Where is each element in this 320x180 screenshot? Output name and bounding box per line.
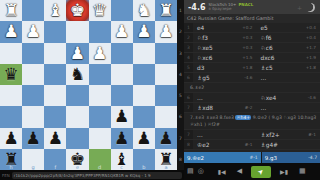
white-move-cell[interactable]: ♘xc6+1.5 [193,53,257,62]
white-rook-a1: ♜ [158,2,173,19]
plus-icon[interactable]: + [297,4,302,11]
white-move-cell[interactable]: ♔e2#-1 [193,140,257,149]
fen-bar: FEN r1b1k2r/ppp2ppp/2p5/8/4n2q/3PP3/PPP3… [0,170,184,180]
move-number: 7 [184,130,193,139]
black-move-cell[interactable]: ♗xf2+#-1 [257,130,320,139]
black-move-cell[interactable]: ♗c5+1.8 [257,63,320,72]
move-eval: +0.3 [242,35,256,40]
square-f2[interactable] [44,21,66,42]
square-e6[interactable] [66,106,88,127]
black-queen-h4: ♛ [3,66,18,83]
square-b3[interactable] [133,43,155,64]
move-row: 6♗g5-4.6… [184,73,320,83]
square-f3[interactable] [44,43,66,64]
white-move-cell[interactable]: ♗xd8#-2 [193,103,257,112]
move-san[interactable]: ♘xe5 [197,45,213,51]
white-move-cell[interactable]: ♗g5-4.6 [193,73,257,82]
square-c6[interactable]: ♟ [111,106,133,127]
move-san[interactable]: e4 [197,25,204,31]
next-move-san: 9.♔e2 [187,155,204,161]
move-san[interactable]: ♘c6 [261,45,273,51]
white-move-cell[interactable]: … [193,130,257,139]
square-b2[interactable]: ♟ [133,21,155,42]
engine-header: -4.6 Stockfish 10+PNACL в браузере + [184,0,320,14]
square-a6[interactable] [155,106,177,127]
white-move-cell[interactable]: ♘f3+0.3 [193,33,257,42]
variation-text[interactable]: 6.♗e2 [190,85,204,90]
square-b4[interactable] [133,64,155,85]
square-c2[interactable]: ♟ [111,21,133,42]
square-e2[interactable] [66,21,88,42]
black-move-cell[interactable]: … [257,103,320,112]
engine-toggle-icon[interactable] [306,3,315,12]
rank-label-7: 7 [177,128,184,149]
move-san[interactable]: ♗g4# [261,142,278,148]
square-f1[interactable]: ♝ [44,0,66,21]
next-move-san: 9.g3 [265,155,277,161]
square-g5[interactable] [22,85,44,106]
move-san[interactable]: ♗xf2+ [261,132,280,138]
black-move-cell[interactable]: … [257,73,320,82]
white-move-cell[interactable]: … [193,93,257,102]
move-row: 7…♗xf2+#-1 [184,130,320,140]
square-c4[interactable] [111,64,133,85]
engine-tech-badge: PNACL [238,2,253,7]
white-move-cell[interactable]: e4+0.2 [193,23,257,32]
move-san[interactable]: … [261,75,267,81]
move-list: 1e4+0.2e5+0.42♘f3+0.3♘f6+0.43♘xe5+0.3♘c6… [184,23,320,152]
square-a7[interactable]: ♟ [155,128,177,149]
square-c7[interactable]: ♟ [111,128,133,149]
next-move-eval: #-1 [249,155,257,160]
current-move[interactable]: ♕h4+ [235,115,251,120]
move-eval: +1.5 [242,55,256,60]
black-move-cell[interactable]: ♘c6+1.7 [257,43,320,52]
analysis-panel: -4.6 Stockfish 10+PNACL в браузере + C42… [184,0,320,180]
black-knight-e4: ♞ [70,66,85,83]
move-san[interactable]: ♘xe4 [261,95,277,101]
move-san[interactable]: ♗c5 [261,65,273,71]
move-eval: +0.4 [306,35,320,40]
rank-label-5: 5 [177,85,184,106]
move-eval: +1.8 [306,65,320,70]
fen-value[interactable]: r1b1k2r/ppp2ppp/2p5/8/4n2q/3PP3/PPP3PP/R… [12,172,182,179]
square-c5[interactable] [111,85,133,106]
opening-name: C42 Russian Game: Stafford Gambit [184,14,320,23]
move-san[interactable]: … [197,95,203,101]
square-a4[interactable] [155,64,177,85]
move-eval: +0.4 [306,25,320,30]
white-pawn-h2: ♟ [3,23,18,40]
square-f6[interactable] [44,106,66,127]
next-move-option-2[interactable]: 9.g3-4.7 [262,152,320,163]
black-pawn-g7: ♟ [26,130,41,147]
move-san[interactable]: … [197,132,203,138]
pointer-icon: ➤ [256,167,266,177]
square-e4[interactable]: ♞ [66,64,88,85]
move-eval: -4.6 [308,95,320,100]
square-b7[interactable]: ♟ [133,128,155,149]
settings-icon[interactable]: ◎ [198,168,204,175]
move-number: 7 [184,103,193,112]
square-g3[interactable] [22,43,44,64]
move-eval: +1.8 [242,65,256,70]
white-pawn-d3: ♟ [92,45,107,62]
square-h1[interactable]: ♜ [0,0,22,21]
export-icon[interactable]: ▤ [187,168,194,175]
white-move-cell[interactable]: d3+1.8 [193,63,257,72]
square-f7[interactable]: ♟ [44,128,66,149]
rank-label-4: 4 [177,64,184,85]
move-san[interactable]: … [261,105,267,111]
square-a5[interactable] [155,85,177,106]
square-g2[interactable]: ♟ [22,21,44,42]
black-pawn-b7: ♟ [136,130,151,147]
play-best-move-button[interactable]: ➤ [251,166,271,178]
move-row: 7♗xd8#-2… [184,103,320,113]
move-number: 5 [184,63,193,72]
square-f4[interactable] [44,64,66,85]
white-knight-b1: ♞ [136,2,151,19]
square-h6[interactable] [0,106,22,127]
move-san[interactable]: d3 [197,65,204,71]
white-move-cell[interactable]: ♘xe5+0.3 [193,43,257,52]
move-row: 1e4+0.2e5+0.4 [184,23,320,33]
move-row: 2♘f3+0.3♘f6+0.4 [184,33,320,43]
move-eval: +1.7 [306,45,320,50]
square-b6[interactable] [133,106,155,127]
square-d5[interactable] [89,85,111,106]
move-san[interactable]: ♘f6 [261,35,272,41]
square-d6[interactable] [89,106,111,127]
step-back-icon[interactable]: ◀ [237,168,242,175]
black-pawn-f7: ♟ [48,130,63,147]
square-e3[interactable]: ♟ [66,43,88,64]
white-queen-d1: ♛ [92,2,107,19]
move-san[interactable]: ♘f3 [197,35,208,41]
move-eval: #-1 [308,132,320,137]
black-pawn-c7: ♟ [114,130,129,147]
square-d1[interactable]: ♛ [89,0,111,21]
square-a3[interactable] [155,43,177,64]
white-pawn-b2: ♟ [136,23,151,40]
black-pawn-h7: ♟ [3,130,18,147]
white-bishop-f1: ♝ [48,2,63,19]
rank-label-8: 8 [177,149,184,170]
next-move-eval: -4.7 [308,155,317,160]
black-pawn-c6: ♟ [114,108,129,125]
square-a1[interactable]: ♜ [155,0,177,21]
square-d3[interactable]: ♟ [89,43,111,64]
skip-to-start-icon[interactable]: ▮◀ [218,169,226,175]
move-san[interactable]: ♘xc6 [197,55,212,61]
move-eval: -4.6 [244,75,256,80]
analysis-screen: ♜♝♚♛♞♜♟♟♟♟♟♟♟♛♞♟♟♟♟♟♟♟♜♚♝♜ hgfedcba 1234… [0,0,320,180]
square-d2[interactable] [89,21,111,42]
square-d7[interactable] [89,128,111,149]
rank-coordinates: 12345678 [177,0,184,170]
move-row: 8♔e2#-1♗g4# [184,140,320,150]
move-eval: #-2 [245,105,257,110]
move-number: 8 [184,140,193,149]
board-menu-icon[interactable]: ▦ [299,168,306,175]
white-pawn-e3: ♟ [70,45,85,62]
square-g6[interactable] [22,106,44,127]
engine-info: Stockfish 10+PNACL в браузере [209,3,254,12]
square-b1[interactable]: ♞ [133,0,155,21]
square-g7[interactable]: ♟ [22,128,44,149]
move-number: 3 [184,43,193,52]
move-san[interactable]: dxc6 [261,55,275,61]
square-g4[interactable] [22,64,44,85]
square-h3[interactable] [0,43,22,64]
white-pawn-g2: ♟ [26,23,41,40]
square-c3[interactable] [111,43,133,64]
move-san[interactable]: ♗xd8 [197,105,213,111]
fen-label: FEN [2,173,10,178]
control-bar: ▤ ◎ ▮◀ ◀ ➤ ▶▮ ▦ [184,163,320,180]
move-san[interactable]: ♗g5 [197,75,210,81]
square-h2[interactable]: ♟ [0,21,22,42]
white-pawn-a2: ♟ [158,23,173,40]
square-h7[interactable]: ♟ [0,128,22,149]
black-pawn-a7: ♟ [158,130,173,147]
move-eval: #-1 [245,142,257,147]
square-b5[interactable] [133,85,155,106]
chess-board[interactable]: ♜♝♚♛♞♜♟♟♟♟♟♟♟♛♞♟♟♟♟♟♟♟♜♚♝♜ [0,0,177,170]
move-san[interactable]: ♔e2 [197,142,209,148]
move-number: 1 [184,23,193,32]
square-h5[interactable] [0,85,22,106]
black-move-cell[interactable]: e5+0.4 [257,23,320,32]
rank-label-2: 2 [177,21,184,42]
square-h4[interactable]: ♛ [0,64,22,85]
move-eval: +1.9 [306,55,320,60]
next-move-bar: 9.♔e2#-19.g3-4.7 [184,152,320,163]
black-move-cell[interactable]: ♗g4# [257,140,320,149]
square-a2[interactable]: ♟ [155,21,177,42]
variation-line[interactable]: 6.♗e2 [184,83,320,93]
engine-eval: -4.6 [188,3,206,12]
square-c1[interactable] [111,0,133,21]
move-san[interactable]: e5 [261,25,268,31]
move-eval: +0.2 [242,25,256,30]
move-row: 4♘xc6+1.5dxc6+1.9 [184,53,320,63]
square-f5[interactable] [44,85,66,106]
black-move-cell[interactable]: dxc6+1.9 [257,53,320,62]
step-forward-icon[interactable]: ▶▮ [280,169,288,175]
move-eval: +0.3 [242,45,256,50]
next-move-option-1[interactable]: 9.♔e2#-1 [184,152,261,163]
move-row: 6…♘xe4-4.6 [184,93,320,103]
engine-location: в браузере [209,7,254,12]
square-e5[interactable] [66,85,88,106]
white-king-e1: ♚ [70,2,85,19]
move-number: 4 [184,53,193,62]
square-e1[interactable]: ♚ [66,0,88,21]
square-d4[interactable] [89,64,111,85]
move-row: 3♘xe5+0.3♘c6+1.7 [184,43,320,53]
move-number: 2 [184,33,193,42]
square-g1[interactable] [22,0,44,21]
move-number: 6 [184,93,193,102]
variation-line[interactable]: 7.♗e3 ♗xe3 8.fxe3 ♕h4+ 9.♔e2 ( 9.g3 ♘xg3… [184,113,320,130]
black-move-cell[interactable]: ♘f6+0.4 [257,33,320,42]
rank-label-3: 3 [177,43,184,64]
rank-label-1: 1 [177,0,184,21]
rank-label-6: 6 [177,106,184,127]
variation-text[interactable]: 7.♗e3 ♗xe3 8.fxe3 [190,115,235,120]
white-pawn-c2: ♟ [114,23,129,40]
move-row: 5d3+1.8♗c5+1.8 [184,63,320,73]
white-rook-h1: ♜ [3,2,18,19]
move-number: 6 [184,73,193,82]
black-move-cell[interactable]: ♘xe4-4.6 [257,93,320,102]
square-e7[interactable] [66,128,88,149]
